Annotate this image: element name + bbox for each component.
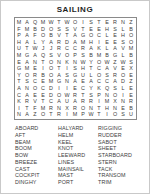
grid-cell: G xyxy=(55,78,63,85)
grid-cell: S xyxy=(63,72,71,79)
grid-cell: V xyxy=(119,45,127,52)
grid-cell: D xyxy=(63,39,71,46)
grid-cell: R xyxy=(71,105,79,112)
word-search-page: SAILING MAQMWTWOISTERNZFMBDOSSVTEEHSLBPA… xyxy=(0,0,150,194)
word-list-item: RIGGING xyxy=(98,125,146,132)
grid-cell: O xyxy=(47,59,55,66)
word-list-item: BREEZE xyxy=(15,159,58,166)
word-list-item: STARBOARD xyxy=(98,152,146,159)
grid-cell: O xyxy=(47,26,55,33)
grid-cell: U xyxy=(63,98,71,105)
puzzle-title: SAILING xyxy=(1,1,149,14)
grid-cell: E xyxy=(127,85,135,92)
grid-cell: H xyxy=(87,39,95,46)
grid-cell: U xyxy=(79,72,87,79)
grid-cell: E xyxy=(31,65,39,72)
word-list-item: MAST xyxy=(58,172,98,179)
grid-cell: M xyxy=(15,52,23,59)
word-list-item: BOOM xyxy=(15,145,58,152)
grid-cell: R xyxy=(55,111,63,118)
grid-cell: M xyxy=(15,19,23,26)
grid-cell: S xyxy=(63,26,71,33)
grid-cell: A xyxy=(31,52,39,59)
grid-cell: R xyxy=(111,72,119,79)
grid-cell: T xyxy=(55,65,63,72)
grid-cell: D xyxy=(47,85,55,92)
grid-cell: N xyxy=(119,19,127,26)
grid-cell: O xyxy=(63,52,71,59)
grid-cell: B xyxy=(127,26,135,33)
grid-cell: A xyxy=(111,45,119,52)
grid-cell: N xyxy=(55,59,63,66)
grid-cell: T xyxy=(63,32,71,39)
grid-cell: E xyxy=(119,105,127,112)
grid-cell: H xyxy=(15,39,23,46)
grid-cell: S xyxy=(127,59,135,66)
grid-cell: M xyxy=(103,98,111,105)
grid-cell: N xyxy=(103,92,111,99)
grid-cell: W xyxy=(63,92,71,99)
grid-cell: R xyxy=(127,98,135,105)
grid-cell: Y xyxy=(87,59,95,66)
grid-cell: E xyxy=(71,85,79,92)
grid-cell: B xyxy=(127,105,135,112)
grid-cell: I xyxy=(63,85,71,92)
grid-cell: O xyxy=(95,72,103,79)
grid-cell: V xyxy=(31,98,39,105)
grid-cell: A xyxy=(103,65,111,72)
word-list-item: SHEET xyxy=(98,145,146,152)
grid-cell: H xyxy=(103,105,111,112)
grid-cell: D xyxy=(119,78,127,85)
grid-cell: O xyxy=(111,92,119,99)
grid-cell: N xyxy=(111,105,119,112)
grid-cell: A xyxy=(23,92,31,99)
grid-cell: N xyxy=(71,59,79,66)
grid-cell: A xyxy=(71,98,79,105)
grid-cell: S xyxy=(111,85,119,92)
grid-cell: S xyxy=(71,65,79,72)
grid-cell: T xyxy=(47,111,55,118)
grid-cell: R xyxy=(71,92,79,99)
grid-cell: F xyxy=(31,32,39,39)
grid-cell: A xyxy=(71,78,79,85)
grid-cell: A xyxy=(55,72,63,79)
word-list-item: HELM xyxy=(58,132,98,139)
grid-cell: I xyxy=(15,105,23,112)
grid-cell: O xyxy=(47,72,55,79)
word-list-column-3: RIGGINGRUDDERSABOTSHEETSTARBOARDSTERNTAC… xyxy=(98,125,146,186)
grid-cell: E xyxy=(39,92,47,99)
grid-cell: A xyxy=(15,85,23,92)
grid-cell: E xyxy=(95,26,103,33)
grid-cell: I xyxy=(95,39,103,46)
grid-cell: Z xyxy=(127,78,135,85)
grid-cell: N xyxy=(23,85,31,92)
word-list-item: TACK xyxy=(98,166,146,173)
grid-cell: I xyxy=(103,111,111,118)
grid-cell: O xyxy=(39,111,47,118)
grid-cell: S xyxy=(47,52,55,59)
grid-cell: R xyxy=(111,19,119,26)
grid-cell: R xyxy=(79,98,87,105)
grid-cell: X xyxy=(127,65,135,72)
grid-cell: T xyxy=(95,19,103,26)
grid-cell: E xyxy=(111,32,119,39)
grid-cell: L xyxy=(103,32,111,39)
grid-cell: F xyxy=(31,105,39,112)
grid-cell: P xyxy=(71,52,79,59)
grid-cell: C xyxy=(95,32,103,39)
grid-cell: T xyxy=(23,105,31,112)
grid-cell: O xyxy=(127,32,135,39)
grid-cell: C xyxy=(95,65,103,72)
grid-cell: Q xyxy=(103,85,111,92)
grid-cell: I xyxy=(55,85,63,92)
grid-cell: D xyxy=(47,92,55,99)
grid-cell: O xyxy=(127,39,135,46)
grid-cell: N xyxy=(55,105,63,112)
grid-cell: J xyxy=(39,45,47,52)
grid-cell: R xyxy=(55,39,63,46)
grid-cell: Z xyxy=(127,19,135,26)
grid-cell: R xyxy=(87,98,95,105)
grid-cell: O xyxy=(71,19,79,26)
grid-cell: O xyxy=(95,59,103,66)
word-list-item: LEEWARD xyxy=(58,152,98,159)
grid-cell: M xyxy=(71,111,79,118)
grid-cell: C xyxy=(103,78,111,85)
grid-cell: S xyxy=(111,26,119,33)
word-list-item: RUDDER xyxy=(98,132,146,139)
grid-cell: O xyxy=(39,32,47,39)
grid-cell: A xyxy=(23,32,31,39)
grid-cell: M xyxy=(127,45,135,52)
grid-cell: E xyxy=(127,72,135,79)
grid-cell: O xyxy=(87,32,95,39)
grid-cell: C xyxy=(79,85,87,92)
word-list-item: ABOARD xyxy=(15,125,58,132)
grid-cell: A xyxy=(87,45,95,52)
word-search-grid: MAQMWTWOISTERNZFMBDOSSVTEEHSLBPAFOBVTAGO… xyxy=(14,17,137,120)
grid-cell: P xyxy=(15,32,23,39)
grid-cell: T xyxy=(39,59,47,66)
grid-cell: G xyxy=(23,52,31,59)
grid-cell: F xyxy=(15,26,23,33)
grid-cell: C xyxy=(15,92,23,99)
grid-cell: W xyxy=(103,59,111,66)
grid-cell: O xyxy=(119,72,127,79)
grid-cell: T xyxy=(23,45,31,52)
grid-cell: A xyxy=(23,39,31,46)
grid-cell: P xyxy=(79,111,87,118)
grid-cell: A xyxy=(71,39,79,46)
grid-cell: E xyxy=(127,92,135,99)
grid-cell: Z xyxy=(111,59,119,66)
grid-cell: A xyxy=(55,98,63,105)
grid-cell: A xyxy=(111,78,119,85)
grid-cell: C xyxy=(39,85,47,92)
grid-cell: S xyxy=(119,111,127,118)
word-list-item: COCKPIT xyxy=(15,172,58,179)
grid-cell: M xyxy=(95,52,103,59)
word-list-item: KEEL xyxy=(58,139,98,146)
word-list-item: SABOT xyxy=(98,139,146,146)
grid-cell: J xyxy=(47,45,55,52)
grid-cell: Y xyxy=(39,39,47,46)
grid-cell: H xyxy=(103,26,111,33)
word-list-item: DINGHY xyxy=(15,179,58,186)
grid-cell: Q xyxy=(31,19,39,26)
word-list-item: TRIM xyxy=(98,179,146,186)
grid-cell: I xyxy=(39,65,47,72)
grid-cell: B xyxy=(87,52,95,59)
grid-cell: Z xyxy=(31,111,39,118)
grid-cell: N xyxy=(119,98,127,105)
grid-cell: E xyxy=(15,59,23,66)
grid-cell: B xyxy=(39,72,47,79)
word-list-item: BEAM xyxy=(15,139,58,146)
word-list-item: PORT xyxy=(58,179,98,186)
grid-cell: L xyxy=(119,85,127,92)
grid-cell: R xyxy=(31,72,39,79)
grid-cell: L xyxy=(87,72,95,79)
grid-cell: T xyxy=(95,111,103,118)
grid-cell: X xyxy=(63,105,71,112)
grid-cell: T xyxy=(15,78,23,85)
grid-cell: M xyxy=(23,26,31,33)
grid-cell: K xyxy=(95,45,103,52)
grid-cell: C xyxy=(47,98,55,105)
grid-cell: L xyxy=(119,52,127,59)
grid-cell: Q xyxy=(39,52,47,59)
grid-cell: C xyxy=(71,45,79,52)
grid-cell: K xyxy=(63,59,71,66)
grid-cell: H xyxy=(119,32,127,39)
grid-cell: P xyxy=(95,92,103,99)
word-list-column-2: HALYARDHELMKEELKNOTLEEWARDLINESMAINSAILM… xyxy=(58,125,98,186)
grid-cell: B xyxy=(31,26,39,33)
grid-cell: N xyxy=(15,111,23,118)
grid-cell: K xyxy=(15,98,23,105)
grid-cell: S xyxy=(103,72,111,79)
grid-cell: G xyxy=(111,52,119,59)
grid-cell: C xyxy=(95,78,103,85)
grid-cell: E xyxy=(111,39,119,46)
grid-cell: T xyxy=(39,98,47,105)
grid-cell: B xyxy=(47,32,55,39)
grid-cell: W xyxy=(87,111,95,118)
grid-cell: M xyxy=(47,78,55,85)
grid-cell: T xyxy=(55,19,63,26)
grid-cell: Y xyxy=(15,72,23,79)
grid-cell: M xyxy=(79,39,87,46)
grid-cell: W xyxy=(31,45,39,52)
grid-cell: E xyxy=(31,92,39,99)
grid-cell: V xyxy=(111,65,119,72)
grid-cell: M xyxy=(39,105,47,112)
grid-cell: M xyxy=(23,65,31,72)
grid-cell: D xyxy=(39,26,47,33)
grid-cell: N xyxy=(63,78,71,85)
grid-cell: I xyxy=(119,92,127,99)
grid-cell: B xyxy=(103,52,111,59)
word-list: ABOARDAFTBEAMBOOMBOWBREEZECASTCOCKPITDIN… xyxy=(15,125,149,186)
grid-cell: S xyxy=(87,92,95,99)
grid-cell: R xyxy=(79,45,87,52)
grid-cell: I xyxy=(63,111,71,118)
word-list-column-1: ABOARDAFTBEAMBOOMBOWBREEZECASTCOCKPITDIN… xyxy=(15,125,58,186)
grid-cell: I xyxy=(79,19,87,26)
grid-cell: T xyxy=(87,65,95,72)
word-list-item: TRANSOM xyxy=(98,172,146,179)
grid-cell: U xyxy=(15,45,23,52)
grid-cell: B xyxy=(127,52,135,59)
grid-cell: T xyxy=(95,105,103,112)
grid-cell: R xyxy=(47,105,55,112)
grid-cell: L xyxy=(119,26,127,33)
grid-cell: M xyxy=(39,19,47,26)
grid-cell: Y xyxy=(87,85,95,92)
grid-cell: K xyxy=(95,85,103,92)
grid-cell: N xyxy=(31,59,39,66)
grid-cell: T xyxy=(79,26,87,33)
grid-cell: S xyxy=(119,39,127,46)
grid-cell: W xyxy=(79,59,87,66)
grid-cell: W xyxy=(119,59,127,66)
word-list-item: KNOT xyxy=(58,145,98,152)
grid-cell: I xyxy=(63,65,71,72)
grid-cell: L xyxy=(103,45,111,52)
grid-cell: L xyxy=(31,39,39,46)
grid-cell: V xyxy=(55,52,63,59)
grid-cell: T xyxy=(79,92,87,99)
grid-cell: X xyxy=(111,98,119,105)
grid-cell: W xyxy=(47,19,55,26)
grid-cell: S xyxy=(23,78,31,85)
grid-cell: A xyxy=(47,39,55,46)
grid-cell: H xyxy=(79,65,87,72)
grid-cell: E xyxy=(39,78,47,85)
grid-cell: V xyxy=(71,26,79,33)
grid-cell: S xyxy=(87,19,95,26)
grid-cell: G xyxy=(79,32,87,39)
grid-cell: O xyxy=(31,85,39,92)
grid-cell: E xyxy=(79,78,87,85)
grid-cell: G xyxy=(15,65,23,72)
word-list-item: CAST xyxy=(15,166,58,173)
grid-cell: O xyxy=(23,72,31,79)
grid-cell: R xyxy=(55,45,63,52)
grid-cell: A xyxy=(71,32,79,39)
grid-cell: E xyxy=(119,65,127,72)
grid-cell: C xyxy=(63,45,71,52)
grid-cell: O xyxy=(111,111,119,118)
grid-cell: R xyxy=(23,98,31,105)
grid-cell: A xyxy=(87,78,95,85)
word-list-item: LINES xyxy=(58,159,98,166)
grid-cell: O xyxy=(55,92,63,99)
grid-cell: O xyxy=(47,65,55,72)
grid-cell: A xyxy=(23,111,31,118)
word-list-item: MAINSAIL xyxy=(58,166,98,173)
grid-cell: V xyxy=(55,32,63,39)
grid-cell: G xyxy=(71,72,79,79)
grid-cell: A xyxy=(23,59,31,66)
grid-cell: N xyxy=(87,105,95,112)
grid-cell: S xyxy=(79,52,87,59)
grid-cell: E xyxy=(87,26,95,33)
grid-cell: E xyxy=(103,19,111,26)
grid-cell: C xyxy=(31,78,39,85)
grid-cell: W xyxy=(63,19,71,26)
grid-cell: I xyxy=(95,98,103,105)
word-list-item: STERN xyxy=(98,159,146,166)
grid-cell: U xyxy=(127,111,135,118)
word-list-item: BOW xyxy=(15,152,58,159)
grid-cell: A xyxy=(23,19,31,26)
word-list-item: HALYARD xyxy=(58,125,98,132)
word-list-item: AFT xyxy=(15,132,58,139)
grid-cell: S xyxy=(55,26,63,33)
grid-cell: O xyxy=(79,105,87,112)
grid-cell: E xyxy=(103,39,111,46)
